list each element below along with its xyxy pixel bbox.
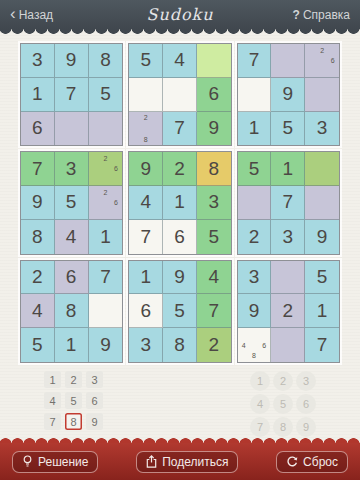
cell-r7c3[interactable]: 7 <box>89 261 123 295</box>
cell-r1c2[interactable]: 9 <box>55 44 89 78</box>
question-mark-icon: ? <box>293 8 300 22</box>
pencil-key-2[interactable]: 2 <box>273 371 293 391</box>
cell-r9c6[interactable]: 2 <box>197 328 231 362</box>
cell-r2c4[interactable] <box>129 78 163 112</box>
cell-r5c8[interactable]: 7 <box>271 186 305 220</box>
box-8: 194657382 <box>128 260 231 363</box>
cell-r3c2[interactable] <box>55 112 89 146</box>
cell-r7c4[interactable]: 1 <box>129 261 163 295</box>
lightbulb-icon <box>22 455 33 468</box>
cell-r6c5[interactable]: 6 <box>163 220 197 254</box>
pencil-key-1[interactable]: 1 <box>250 371 270 391</box>
pencil-marks: 468 <box>239 329 270 361</box>
pencil-marks: 28 <box>130 113 161 145</box>
cell-r4c3[interactable]: 26 <box>89 152 123 186</box>
keypad-pencil: 123456789 <box>250 371 316 437</box>
cell-r7c1[interactable]: 2 <box>21 261 55 295</box>
cell-r7c2[interactable]: 6 <box>55 261 89 295</box>
cell-r7c6[interactable]: 4 <box>197 261 231 295</box>
cell-r9c9[interactable]: 7 <box>305 328 339 362</box>
footer-scallop-edge <box>0 436 360 443</box>
cell-r6c8[interactable]: 3 <box>271 220 305 254</box>
cell-r2c1[interactable]: 1 <box>21 78 55 112</box>
solution-button[interactable]: Решение <box>12 451 98 473</box>
cell-r3c4[interactable]: 28 <box>129 112 163 146</box>
cell-r1c8[interactable] <box>271 44 305 78</box>
cell-r2c2[interactable]: 7 <box>55 78 89 112</box>
cell-r5c9[interactable] <box>305 186 339 220</box>
cell-r4c4[interactable]: 9 <box>129 152 163 186</box>
cell-r5c1[interactable]: 9 <box>21 186 55 220</box>
entry-key-1[interactable]: 1 <box>44 371 61 388</box>
header: ‹ Назад Sudoku ? Справка <box>0 0 360 29</box>
cell-r2c9[interactable] <box>305 78 339 112</box>
share-icon <box>146 455 157 468</box>
cell-r2c6[interactable]: 6 <box>197 78 231 112</box>
cell-r9c5[interactable]: 8 <box>163 328 197 362</box>
entry-key-8[interactable]: 8 <box>65 413 82 430</box>
back-button[interactable]: ‹ Назад <box>10 8 53 22</box>
cell-r8c5[interactable]: 5 <box>163 294 197 328</box>
cell-r3c5[interactable]: 7 <box>163 112 197 146</box>
pencil-key-6[interactable]: 6 <box>296 394 316 414</box>
cell-r4c9[interactable] <box>305 152 339 186</box>
box-5: 928413765 <box>128 151 231 254</box>
cell-r7c9[interactable]: 5 <box>305 261 339 295</box>
cell-r5c3[interactable]: 26 <box>89 186 123 220</box>
entry-key-2[interactable]: 2 <box>65 371 82 388</box>
cell-r1c9[interactable]: 26 <box>305 44 339 78</box>
pencil-key-5[interactable]: 5 <box>273 394 293 414</box>
cell-r6c9[interactable]: 9 <box>305 220 339 254</box>
cell-r1c4[interactable]: 5 <box>129 44 163 78</box>
cell-r3c9[interactable]: 3 <box>305 112 339 146</box>
entry-key-6[interactable]: 6 <box>86 392 103 409</box>
entry-key-5[interactable]: 5 <box>65 392 82 409</box>
cell-r5c5[interactable]: 1 <box>163 186 197 220</box>
cell-r2c3[interactable]: 5 <box>89 78 123 112</box>
pencil-marks: 26 <box>90 153 122 184</box>
cell-r9c3[interactable]: 9 <box>89 328 123 362</box>
pencil-marks: 26 <box>90 187 122 218</box>
cell-r8c8[interactable]: 2 <box>271 294 305 328</box>
reset-label: Сброс <box>303 455 338 469</box>
box-7: 26748519 <box>20 260 123 363</box>
cell-r5c6[interactable]: 3 <box>197 186 231 220</box>
pencil-marks: 26 <box>306 45 338 76</box>
cell-r6c4[interactable]: 7 <box>129 220 163 254</box>
cell-r4c6[interactable]: 8 <box>197 152 231 186</box>
cell-r4c8[interactable]: 1 <box>271 152 305 186</box>
pencil-key-4[interactable]: 4 <box>250 394 270 414</box>
cell-r3c3[interactable] <box>89 112 123 146</box>
cell-r6c3[interactable]: 1 <box>89 220 123 254</box>
box-3: 7269153 <box>237 43 340 146</box>
cell-r7c7[interactable]: 3 <box>238 261 272 295</box>
cell-r3c1[interactable]: 6 <box>21 112 55 146</box>
entry-key-3[interactable]: 3 <box>86 371 103 388</box>
solution-label: Решение <box>38 455 88 469</box>
cell-r6c6[interactable]: 5 <box>197 220 231 254</box>
cell-r3c7[interactable]: 1 <box>238 112 272 146</box>
cell-r4c5[interactable]: 2 <box>163 152 197 186</box>
share-button[interactable]: Поделиться <box>136 451 238 473</box>
pencil-key-3[interactable]: 3 <box>296 371 316 391</box>
cell-r8c9[interactable]: 1 <box>305 294 339 328</box>
help-button[interactable]: ? Справка <box>293 8 350 22</box>
entry-key-7[interactable]: 7 <box>44 413 61 430</box>
box-6: 517239 <box>237 151 340 254</box>
cell-r3c8[interactable]: 5 <box>271 112 305 146</box>
cell-r5c7[interactable] <box>238 186 272 220</box>
help-label: Справка <box>303 8 350 22</box>
box-2: 5462879 <box>128 43 231 146</box>
pencil-key-8[interactable]: 8 <box>273 417 293 437</box>
cell-r7c8[interactable] <box>271 261 305 295</box>
footer-toolbar: Решение Поделиться Сброс <box>0 443 360 480</box>
cell-r9c7[interactable]: 468 <box>238 328 272 362</box>
back-chevron-icon: ‹ <box>10 8 16 20</box>
footer: Решение Поделиться Сброс <box>0 436 360 480</box>
cell-r1c5[interactable]: 4 <box>163 44 197 78</box>
cell-r4c7[interactable]: 5 <box>238 152 272 186</box>
cell-r6c7[interactable]: 2 <box>238 220 272 254</box>
cell-r9c1[interactable]: 5 <box>21 328 55 362</box>
cell-r7c5[interactable]: 9 <box>163 261 197 295</box>
cell-r4c2[interactable]: 3 <box>55 152 89 186</box>
cell-r5c4[interactable]: 4 <box>129 186 163 220</box>
cell-r2c8[interactable]: 9 <box>271 78 305 112</box>
cell-r6c1[interactable]: 8 <box>21 220 55 254</box>
cell-r3c6[interactable]: 9 <box>197 112 231 146</box>
header-scallop-edge <box>0 29 360 35</box>
box-4: 73269526841 <box>20 151 123 254</box>
pencil-key-9[interactable]: 9 <box>296 417 316 437</box>
entry-key-9[interactable]: 9 <box>86 413 103 430</box>
cell-r1c1[interactable]: 3 <box>21 44 55 78</box>
cell-r1c7[interactable]: 7 <box>238 44 272 78</box>
cell-r8c1[interactable]: 4 <box>21 294 55 328</box>
cell-r5c2[interactable]: 5 <box>55 186 89 220</box>
sudoku-board: 3981756546287972691537326952684192841376… <box>20 43 340 363</box>
cell-r9c8[interactable] <box>271 328 305 362</box>
cell-r9c2[interactable]: 1 <box>55 328 89 362</box>
box-1: 3981756 <box>20 43 123 146</box>
cell-r2c5[interactable] <box>163 78 197 112</box>
cell-r8c4[interactable]: 6 <box>129 294 163 328</box>
cell-r8c2[interactable]: 8 <box>55 294 89 328</box>
back-label: Назад <box>19 8 53 22</box>
cell-r2c7[interactable] <box>238 78 272 112</box>
cell-r1c3[interactable]: 8 <box>89 44 123 78</box>
pencil-key-7[interactable]: 7 <box>250 417 270 437</box>
cell-r1c6[interactable] <box>197 44 231 78</box>
cell-r8c3[interactable] <box>89 294 123 328</box>
reset-button[interactable]: Сброс <box>276 451 348 473</box>
entry-key-4[interactable]: 4 <box>44 392 61 409</box>
cell-r9c4[interactable]: 3 <box>129 328 163 362</box>
cell-r6c2[interactable]: 4 <box>55 220 89 254</box>
keypad-entry: 123456789 <box>44 371 103 430</box>
reset-circular-arrow-icon <box>286 456 298 468</box>
box-9: 359214687 <box>237 260 340 363</box>
share-label: Поделиться <box>162 455 228 469</box>
cell-r8c7[interactable]: 9 <box>238 294 272 328</box>
cell-r8c6[interactable]: 7 <box>197 294 231 328</box>
cell-r4c1[interactable]: 7 <box>21 152 55 186</box>
